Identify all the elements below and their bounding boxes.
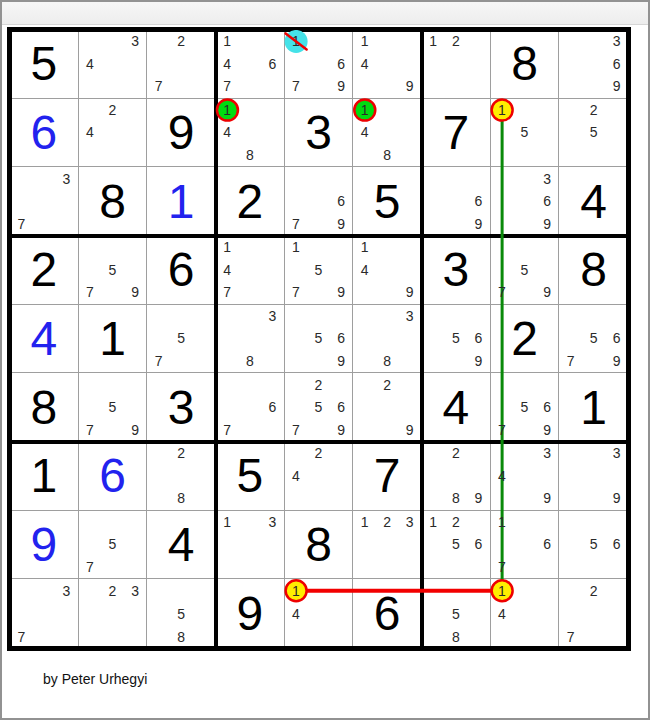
- candidate-1[interactable]: 1: [285, 579, 308, 602]
- cell-r6c5[interactable]: 25679: [285, 373, 354, 442]
- candidate-empty: [216, 556, 239, 579]
- candidate-3[interactable]: 3: [124, 579, 147, 602]
- cell-r1c4[interactable]: 1467: [216, 30, 285, 99]
- candidate-empty: [307, 487, 330, 510]
- candidate-2[interactable]: 2: [170, 30, 193, 53]
- candidate-empty: [513, 511, 536, 534]
- cell-r2c9[interactable]: 25: [559, 99, 628, 168]
- candidate-empty: [605, 602, 628, 625]
- candidate-3[interactable]: 3: [398, 305, 421, 328]
- candidate-1[interactable]: 1: [285, 30, 308, 53]
- cell-r4c9[interactable]: 8: [559, 236, 628, 305]
- cell-r5c7[interactable]: 569: [422, 305, 491, 374]
- cell-r6c7[interactable]: 4: [422, 373, 491, 442]
- candidate-6[interactable]: 6: [261, 396, 284, 419]
- candidate-8[interactable]: 8: [170, 487, 193, 510]
- candidate-7[interactable]: 7: [216, 418, 239, 441]
- given-digit: 8: [79, 167, 147, 235]
- candidate-empty: [10, 602, 33, 625]
- candidate-5[interactable]: 5: [445, 327, 468, 350]
- candidate-7[interactable]: 7: [216, 281, 239, 304]
- given-digit: 8: [559, 236, 628, 304]
- candidate-7[interactable]: 7: [285, 418, 308, 441]
- candidate-empty: [376, 281, 399, 304]
- cell-r1c6[interactable]: 149: [353, 30, 422, 99]
- candidate-empty: [285, 305, 308, 328]
- cell-r3c6[interactable]: 5: [353, 167, 422, 236]
- cell-r9c6[interactable]: 6: [353, 579, 422, 648]
- candidates: 1679: [285, 30, 353, 98]
- candidate-6[interactable]: 6: [605, 533, 628, 556]
- candidate-empty: [10, 167, 33, 190]
- candidate-9[interactable]: 9: [467, 487, 490, 510]
- candidate-9[interactable]: 9: [467, 350, 490, 373]
- candidate-8[interactable]: 8: [445, 487, 468, 510]
- candidate-6[interactable]: 6: [467, 327, 490, 350]
- cell-r5c4[interactable]: 38: [216, 305, 285, 374]
- candidate-8[interactable]: 8: [239, 350, 262, 373]
- candidate-empty: [261, 30, 284, 53]
- cell-r8c4[interactable]: 13: [216, 511, 285, 580]
- candidate-1[interactable]: 1: [422, 511, 445, 534]
- candidates: 579: [491, 236, 559, 304]
- candidate-8[interactable]: 8: [170, 625, 193, 648]
- candidate-8[interactable]: 8: [239, 144, 262, 167]
- given-digit: 9: [216, 579, 284, 648]
- candidate-5[interactable]: 5: [170, 327, 193, 350]
- solver-digit: 1: [147, 167, 215, 235]
- cell-r3c2[interactable]: 8: [79, 167, 148, 236]
- cell-r4c4[interactable]: 147: [216, 236, 285, 305]
- candidate-empty: [101, 556, 124, 579]
- candidate-8[interactable]: 8: [445, 625, 468, 648]
- candidate-empty: [491, 533, 514, 556]
- candidate-9[interactable]: 9: [330, 350, 353, 373]
- cell-r3c3[interactable]: 1: [147, 167, 216, 236]
- given-digit: 1: [10, 442, 78, 510]
- candidate-2[interactable]: 2: [582, 579, 605, 602]
- candidate-9[interactable]: 9: [330, 418, 353, 441]
- candidate-9[interactable]: 9: [124, 418, 147, 441]
- cell-r5c5[interactable]: 569: [285, 305, 354, 374]
- candidate-1[interactable]: 1: [491, 579, 514, 602]
- candidate-6[interactable]: 6: [536, 396, 559, 419]
- cell-r4c1[interactable]: 2: [10, 236, 79, 305]
- cell-r2c4[interactable]: 148: [216, 99, 285, 168]
- candidate-empty: [330, 259, 353, 282]
- candidate-empty: [307, 350, 330, 373]
- candidate-1[interactable]: 1: [216, 511, 239, 534]
- candidate-6[interactable]: 6: [467, 190, 490, 213]
- candidate-empty: [79, 511, 102, 534]
- cell-r5c9[interactable]: 5679: [559, 305, 628, 374]
- candidate-empty: [559, 442, 582, 465]
- candidate-1[interactable]: 1: [353, 30, 376, 53]
- cell-r3c1[interactable]: 37: [10, 167, 79, 236]
- cell-r2c1[interactable]: 6: [10, 99, 79, 168]
- candidate-empty: [285, 625, 308, 648]
- candidate-4[interactable]: 4: [491, 602, 514, 625]
- candidate-4[interactable]: 4: [216, 121, 239, 144]
- candidate-empty: [239, 259, 262, 282]
- cell-r9c9[interactable]: 27: [559, 579, 628, 648]
- candidate-empty: [101, 144, 124, 167]
- cell-r6c4[interactable]: 67: [216, 373, 285, 442]
- cell-r9c5[interactable]: 14: [285, 579, 354, 648]
- candidate-empty: [307, 167, 330, 190]
- candidate-empty: [79, 259, 102, 282]
- candidate-3[interactable]: 3: [398, 511, 421, 534]
- candidate-5[interactable]: 5: [582, 327, 605, 350]
- cell-r9c8[interactable]: 14: [491, 579, 560, 648]
- candidate-3[interactable]: 3: [55, 579, 78, 602]
- candidate-5[interactable]: 5: [513, 259, 536, 282]
- candidate-8[interactable]: 8: [376, 144, 399, 167]
- candidate-empty: [513, 487, 536, 510]
- cell-r8c7[interactable]: 1256: [422, 511, 491, 580]
- given-digit: 6: [353, 579, 421, 648]
- candidate-4[interactable]: 4: [353, 259, 376, 282]
- cell-r3c9[interactable]: 4: [559, 167, 628, 236]
- candidate-1[interactable]: 1: [353, 511, 376, 534]
- candidate-9[interactable]: 9: [398, 281, 421, 304]
- candidate-3[interactable]: 3: [261, 305, 284, 328]
- cell-r4c8[interactable]: 579: [491, 236, 560, 305]
- candidate-1[interactable]: 1: [353, 99, 376, 122]
- app-window: 5342714671679149128369624914831487152537…: [0, 0, 650, 720]
- candidate-5[interactable]: 5: [307, 396, 330, 419]
- cell-r5c3[interactable]: 57: [147, 305, 216, 374]
- candidate-4[interactable]: 4: [216, 259, 239, 282]
- cell-r8c5[interactable]: 8: [285, 511, 354, 580]
- candidate-3[interactable]: 3: [605, 442, 628, 465]
- candidate-7[interactable]: 7: [79, 418, 102, 441]
- candidate-empty: [147, 53, 170, 76]
- candidate-9[interactable]: 9: [330, 75, 353, 98]
- candidate-empty: [513, 281, 536, 304]
- candidate-7[interactable]: 7: [491, 281, 514, 304]
- cell-r4c6[interactable]: 149: [353, 236, 422, 305]
- candidate-1[interactable]: 1: [285, 236, 308, 259]
- candidate-empty: [79, 396, 102, 419]
- candidate-1[interactable]: 1: [216, 236, 239, 259]
- candidate-9[interactable]: 9: [605, 75, 628, 98]
- cell-r8c8[interactable]: 167: [491, 511, 560, 580]
- given-digit: 5: [10, 30, 78, 98]
- candidate-empty: [559, 511, 582, 534]
- candidate-4[interactable]: 4: [353, 121, 376, 144]
- candidate-2[interactable]: 2: [445, 30, 468, 53]
- cell-r6c3[interactable]: 3: [147, 373, 216, 442]
- cell-r9c7[interactable]: 58: [422, 579, 491, 648]
- candidate-empty: [330, 167, 353, 190]
- candidate-empty: [491, 167, 514, 190]
- candidate-5[interactable]: 5: [582, 121, 605, 144]
- candidate-5[interactable]: 5: [445, 602, 468, 625]
- candidate-1[interactable]: 1: [216, 30, 239, 53]
- candidate-7[interactable]: 7: [559, 625, 582, 648]
- cell-r7c3[interactable]: 28: [147, 442, 216, 511]
- candidate-2[interactable]: 2: [101, 579, 124, 602]
- candidate-4[interactable]: 4: [491, 465, 514, 488]
- cell-r3c4[interactable]: 2: [216, 167, 285, 236]
- candidate-empty: [79, 373, 102, 396]
- cell-r5c1[interactable]: 4: [10, 305, 79, 374]
- candidate-6[interactable]: 6: [330, 396, 353, 419]
- candidate-empty: [307, 602, 330, 625]
- candidate-7[interactable]: 7: [491, 556, 514, 579]
- candidate-empty: [261, 99, 284, 122]
- candidate-6[interactable]: 6: [330, 53, 353, 76]
- candidate-2[interactable]: 2: [445, 442, 468, 465]
- candidate-3[interactable]: 3: [536, 442, 559, 465]
- cell-r1c8[interactable]: 8: [491, 30, 560, 99]
- cell-r3c8[interactable]: 369: [491, 167, 560, 236]
- candidate-9[interactable]: 9: [398, 418, 421, 441]
- candidate-empty: [513, 190, 536, 213]
- candidate-5[interactable]: 5: [307, 259, 330, 282]
- cell-r7c5[interactable]: 24: [285, 442, 354, 511]
- candidate-4[interactable]: 4: [216, 53, 239, 76]
- cell-r7c4[interactable]: 5: [216, 442, 285, 511]
- candidate-2[interactable]: 2: [101, 99, 124, 122]
- candidate-empty: [307, 305, 330, 328]
- candidate-5[interactable]: 5: [445, 533, 468, 556]
- candidate-empty: [353, 533, 376, 556]
- candidate-1[interactable]: 1: [422, 30, 445, 53]
- candidate-7[interactable]: 7: [285, 281, 308, 304]
- candidate-empty: [239, 533, 262, 556]
- candidate-9[interactable]: 9: [398, 75, 421, 98]
- candidate-7[interactable]: 7: [147, 75, 170, 98]
- cell-r3c5[interactable]: 679: [285, 167, 354, 236]
- candidate-9[interactable]: 9: [605, 350, 628, 373]
- candidate-empty: [285, 167, 308, 190]
- candidate-9[interactable]: 9: [330, 212, 353, 235]
- candidate-empty: [124, 602, 147, 625]
- cell-r1c5[interactable]: 1679: [285, 30, 354, 99]
- candidate-7[interactable]: 7: [216, 75, 239, 98]
- cell-r2c6[interactable]: 148: [353, 99, 422, 168]
- cell-r8c6[interactable]: 123: [353, 511, 422, 580]
- cell-r8c2[interactable]: 57: [79, 511, 148, 580]
- candidate-empty: [422, 465, 445, 488]
- candidate-7[interactable]: 7: [285, 75, 308, 98]
- candidate-7[interactable]: 7: [147, 350, 170, 373]
- candidate-7[interactable]: 7: [79, 556, 102, 579]
- candidate-6[interactable]: 6: [536, 533, 559, 556]
- candidate-empty: [285, 53, 308, 76]
- candidate-empty: [330, 487, 353, 510]
- cell-r4c7[interactable]: 3: [422, 236, 491, 305]
- candidate-3[interactable]: 3: [605, 30, 628, 53]
- candidate-6[interactable]: 6: [261, 53, 284, 76]
- cell-r6c8[interactable]: 5679: [491, 373, 560, 442]
- cell-r1c2[interactable]: 34: [79, 30, 148, 99]
- cell-r2c3[interactable]: 9: [147, 99, 216, 168]
- cell-r8c1[interactable]: 9: [10, 511, 79, 580]
- candidate-empty: [467, 625, 490, 648]
- candidate-9[interactable]: 9: [605, 487, 628, 510]
- candidate-7[interactable]: 7: [285, 212, 308, 235]
- candidate-empty: [192, 75, 215, 98]
- candidate-empty: [330, 30, 353, 53]
- candidate-5[interactable]: 5: [307, 327, 330, 350]
- candidate-empty: [513, 579, 536, 602]
- candidate-empty: [216, 373, 239, 396]
- candidate-9[interactable]: 9: [536, 418, 559, 441]
- candidate-6[interactable]: 6: [467, 533, 490, 556]
- given-digit: 8: [491, 30, 559, 98]
- candidate-1[interactable]: 1: [491, 511, 514, 534]
- candidate-2[interactable]: 2: [170, 442, 193, 465]
- candidates: 569: [422, 305, 490, 373]
- candidate-9[interactable]: 9: [124, 281, 147, 304]
- candidate-empty: [124, 121, 147, 144]
- cell-r1c3[interactable]: 27: [147, 30, 216, 99]
- candidate-2[interactable]: 2: [307, 373, 330, 396]
- candidate-9[interactable]: 9: [536, 281, 559, 304]
- cell-r9c1[interactable]: 37: [10, 579, 79, 648]
- cell-r5c6[interactable]: 38: [353, 305, 422, 374]
- candidate-5[interactable]: 5: [170, 602, 193, 625]
- cell-r2c5[interactable]: 3: [285, 99, 354, 168]
- cell-r3c7[interactable]: 69: [422, 167, 491, 236]
- candidate-9[interactable]: 9: [467, 212, 490, 235]
- candidate-9[interactable]: 9: [536, 212, 559, 235]
- candidate-6[interactable]: 6: [330, 190, 353, 213]
- solver-digit: 9: [10, 511, 78, 579]
- cell-r7c2[interactable]: 6: [79, 442, 148, 511]
- candidate-empty: [445, 556, 468, 579]
- candidate-4[interactable]: 4: [79, 53, 102, 76]
- candidate-empty: [605, 305, 628, 328]
- candidate-6[interactable]: 6: [536, 190, 559, 213]
- candidate-empty: [216, 144, 239, 167]
- candidate-5[interactable]: 5: [582, 533, 605, 556]
- candidate-7[interactable]: 7: [491, 418, 514, 441]
- cell-r2c7[interactable]: 7: [422, 99, 491, 168]
- candidate-2[interactable]: 2: [376, 511, 399, 534]
- candidate-2[interactable]: 2: [582, 99, 605, 122]
- candidate-empty: [353, 373, 376, 396]
- candidate-empty: [307, 212, 330, 235]
- cell-r7c7[interactable]: 289: [422, 442, 491, 511]
- cell-r9c2[interactable]: 23: [79, 579, 148, 648]
- candidate-empty: [353, 418, 376, 441]
- candidate-6[interactable]: 6: [605, 327, 628, 350]
- candidate-1[interactable]: 1: [491, 99, 514, 122]
- cell-r5c2[interactable]: 1: [79, 305, 148, 374]
- candidate-empty: [124, 533, 147, 556]
- candidate-4[interactable]: 4: [285, 465, 308, 488]
- candidate-empty: [147, 487, 170, 510]
- cell-r7c1[interactable]: 1: [10, 442, 79, 511]
- cell-r4c5[interactable]: 1579: [285, 236, 354, 305]
- cell-r7c6[interactable]: 7: [353, 442, 422, 511]
- candidate-empty: [445, 53, 468, 76]
- candidate-empty: [330, 236, 353, 259]
- candidate-5[interactable]: 5: [513, 396, 536, 419]
- candidate-7[interactable]: 7: [10, 625, 33, 648]
- candidates: 12: [422, 30, 490, 98]
- candidate-5[interactable]: 5: [101, 396, 124, 419]
- candidate-4[interactable]: 4: [285, 602, 308, 625]
- candidate-5[interactable]: 5: [101, 259, 124, 282]
- candidate-2[interactable]: 2: [376, 373, 399, 396]
- given-digit: 8: [285, 511, 353, 579]
- cell-r6c6[interactable]: 29: [353, 373, 422, 442]
- candidate-5[interactable]: 5: [513, 121, 536, 144]
- candidate-empty: [33, 190, 56, 213]
- candidates: 679: [285, 167, 353, 235]
- candidate-empty: [239, 327, 262, 350]
- candidate-4[interactable]: 4: [353, 53, 376, 76]
- candidate-8[interactable]: 8: [376, 350, 399, 373]
- candidate-empty: [422, 167, 445, 190]
- candidate-3[interactable]: 3: [261, 511, 284, 534]
- candidate-empty: [353, 350, 376, 373]
- candidates: 69: [422, 167, 490, 235]
- candidate-3[interactable]: 3: [55, 167, 78, 190]
- candidate-9[interactable]: 9: [330, 281, 353, 304]
- candidate-4[interactable]: 4: [79, 121, 102, 144]
- candidate-5[interactable]: 5: [101, 533, 124, 556]
- candidate-empty: [124, 53, 147, 76]
- candidate-1[interactable]: 1: [353, 236, 376, 259]
- candidate-7[interactable]: 7: [559, 350, 582, 373]
- cell-r9c3[interactable]: 58: [147, 579, 216, 648]
- cell-r1c9[interactable]: 369: [559, 30, 628, 99]
- cell-r4c3[interactable]: 6: [147, 236, 216, 305]
- candidates: 5679: [491, 373, 559, 441]
- candidate-empty: [491, 121, 514, 144]
- cell-r7c8[interactable]: 349: [491, 442, 560, 511]
- cell-r8c3[interactable]: 4: [147, 511, 216, 580]
- cell-r7c9[interactable]: 39: [559, 442, 628, 511]
- candidate-empty: [55, 212, 78, 235]
- candidate-empty: [398, 144, 421, 167]
- cell-r2c2[interactable]: 24: [79, 99, 148, 168]
- cell-r6c1[interactable]: 8: [10, 373, 79, 442]
- candidate-1[interactable]: 1: [216, 99, 239, 122]
- cell-r1c7[interactable]: 12: [422, 30, 491, 99]
- candidate-empty: [261, 350, 284, 373]
- candidates: 57: [147, 305, 215, 373]
- candidate-9[interactable]: 9: [536, 487, 559, 510]
- candidate-7[interactable]: 7: [10, 212, 33, 235]
- candidate-7[interactable]: 7: [79, 281, 102, 304]
- cell-r6c9[interactable]: 1: [559, 373, 628, 442]
- candidates: 37: [10, 579, 78, 648]
- candidate-empty: [101, 75, 124, 98]
- given-digit: 6: [147, 236, 215, 304]
- cell-r9c4[interactable]: 9: [216, 579, 285, 648]
- candidate-6[interactable]: 6: [605, 53, 628, 76]
- candidates: 34: [79, 30, 147, 98]
- candidate-3[interactable]: 3: [536, 167, 559, 190]
- candidate-6[interactable]: 6: [330, 327, 353, 350]
- cell-r2c8[interactable]: 15: [491, 99, 560, 168]
- cell-r8c9[interactable]: 56: [559, 511, 628, 580]
- cell-r4c2[interactable]: 579: [79, 236, 148, 305]
- candidate-2[interactable]: 2: [307, 442, 330, 465]
- candidate-2[interactable]: 2: [445, 511, 468, 534]
- cell-r6c2[interactable]: 579: [79, 373, 148, 442]
- cell-r5c8[interactable]: 2: [491, 305, 560, 374]
- cell-r1c1[interactable]: 5: [10, 30, 79, 99]
- candidate-3[interactable]: 3: [124, 30, 147, 53]
